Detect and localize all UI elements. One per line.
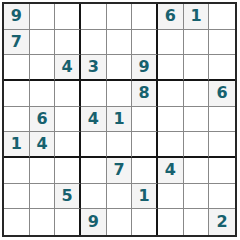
cell-r2c8[interactable]: [184, 30, 210, 56]
cell-r9c4[interactable]: 9: [81, 209, 107, 235]
cell-r9c3[interactable]: [55, 209, 81, 235]
cell-r4c6[interactable]: 8: [132, 81, 158, 107]
cell-r5c3[interactable]: [55, 107, 81, 133]
cell-r7c8[interactable]: [184, 158, 210, 184]
cell-r9c1[interactable]: [4, 209, 30, 235]
cell-r3c8[interactable]: [184, 55, 210, 81]
cell-r5c5[interactable]: 1: [107, 107, 133, 133]
cell-r5c1[interactable]: [4, 107, 30, 133]
cell-r5c7[interactable]: [158, 107, 184, 133]
cell-r3c1[interactable]: [4, 55, 30, 81]
cell-r6c5[interactable]: [107, 132, 133, 158]
cell-r8c6[interactable]: 1: [132, 184, 158, 210]
cell-r5c2[interactable]: 6: [30, 107, 56, 133]
cell-r3c4[interactable]: 3: [81, 55, 107, 81]
cell-r2c2[interactable]: [30, 30, 56, 56]
cell-r8c2[interactable]: [30, 184, 56, 210]
cell-r6c6[interactable]: [132, 132, 158, 158]
cell-r9c8[interactable]: [184, 209, 210, 235]
cell-r9c7[interactable]: [158, 209, 184, 235]
cell-r2c1[interactable]: 7: [4, 30, 30, 56]
sudoku-page: 96174398664114745192: [0, 0, 240, 240]
cell-r8c9[interactable]: [209, 184, 235, 210]
cell-r4c8[interactable]: [184, 81, 210, 107]
cell-r6c8[interactable]: [184, 132, 210, 158]
cell-r8c4[interactable]: [81, 184, 107, 210]
cell-r3c3[interactable]: 4: [55, 55, 81, 81]
cell-r3c9[interactable]: [209, 55, 235, 81]
cell-r7c9[interactable]: [209, 158, 235, 184]
cell-r6c3[interactable]: [55, 132, 81, 158]
cell-r1c9[interactable]: [209, 4, 235, 30]
cell-r6c4[interactable]: [81, 132, 107, 158]
cell-r7c7[interactable]: 4: [158, 158, 184, 184]
cell-r2c9[interactable]: [209, 30, 235, 56]
cell-r8c8[interactable]: [184, 184, 210, 210]
cell-r3c5[interactable]: [107, 55, 133, 81]
cell-r6c9[interactable]: [209, 132, 235, 158]
cell-r9c6[interactable]: [132, 209, 158, 235]
cell-r9c2[interactable]: [30, 209, 56, 235]
cell-r2c3[interactable]: [55, 30, 81, 56]
cell-r6c1[interactable]: 1: [4, 132, 30, 158]
cell-r5c8[interactable]: [184, 107, 210, 133]
cell-r8c7[interactable]: [158, 184, 184, 210]
cell-r8c3[interactable]: 5: [55, 184, 81, 210]
cell-r4c1[interactable]: [4, 81, 30, 107]
cell-r7c4[interactable]: [81, 158, 107, 184]
cell-r4c5[interactable]: [107, 81, 133, 107]
cell-r4c7[interactable]: [158, 81, 184, 107]
cell-r7c1[interactable]: [4, 158, 30, 184]
cell-r7c2[interactable]: [30, 158, 56, 184]
cell-r6c2[interactable]: 4: [30, 132, 56, 158]
cell-r9c9[interactable]: 2: [209, 209, 235, 235]
cell-r1c6[interactable]: [132, 4, 158, 30]
cell-r1c2[interactable]: [30, 4, 56, 30]
cell-r2c7[interactable]: [158, 30, 184, 56]
cell-r4c9[interactable]: 6: [209, 81, 235, 107]
cell-r9c5[interactable]: [107, 209, 133, 235]
cell-r3c2[interactable]: [30, 55, 56, 81]
cell-r4c4[interactable]: [81, 81, 107, 107]
cell-r2c6[interactable]: [132, 30, 158, 56]
cell-r1c7[interactable]: 6: [158, 4, 184, 30]
cell-r1c4[interactable]: [81, 4, 107, 30]
cell-r6c7[interactable]: [158, 132, 184, 158]
cell-r2c4[interactable]: [81, 30, 107, 56]
cell-r1c1[interactable]: 9: [4, 4, 30, 30]
cell-r1c8[interactable]: 1: [184, 4, 210, 30]
sudoku-board: 96174398664114745192: [2, 2, 237, 237]
cell-r7c5[interactable]: 7: [107, 158, 133, 184]
cell-r8c1[interactable]: [4, 184, 30, 210]
cell-r5c4[interactable]: 4: [81, 107, 107, 133]
cell-r1c5[interactable]: [107, 4, 133, 30]
cell-r2c5[interactable]: [107, 30, 133, 56]
cell-r3c6[interactable]: 9: [132, 55, 158, 81]
cell-r1c3[interactable]: [55, 4, 81, 30]
cell-r3c7[interactable]: [158, 55, 184, 81]
cell-r7c6[interactable]: [132, 158, 158, 184]
cell-r4c3[interactable]: [55, 81, 81, 107]
cell-r5c9[interactable]: [209, 107, 235, 133]
cell-r7c3[interactable]: [55, 158, 81, 184]
cell-r5c6[interactable]: [132, 107, 158, 133]
cell-r4c2[interactable]: [30, 81, 56, 107]
cell-r8c5[interactable]: [107, 184, 133, 210]
